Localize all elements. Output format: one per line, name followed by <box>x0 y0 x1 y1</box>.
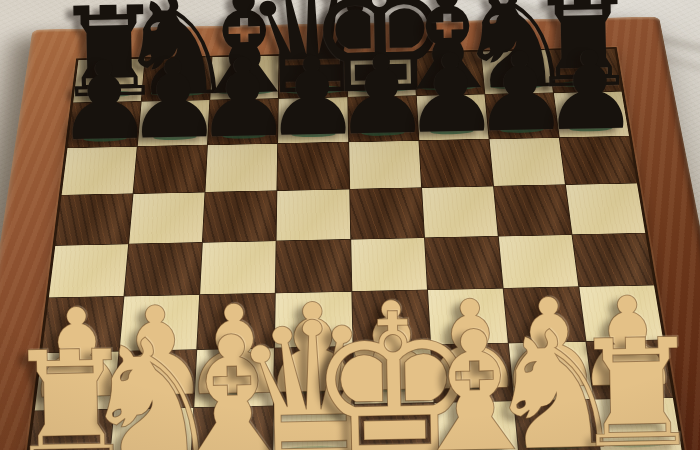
square-f5[interactable] <box>422 187 498 237</box>
board-tilt-wrapper: ♜♞♝♛♚♝♞♜♟♟♟♟♟♟♟♟♟♟♟♟♟♟♟♟♜♞♝♛♚♝♞♜ <box>0 0 700 450</box>
piece-black-pawn-h7[interactable]: ♟ <box>540 37 639 147</box>
square-d5[interactable] <box>277 190 350 241</box>
square-c5[interactable] <box>203 191 277 242</box>
square-g5[interactable] <box>494 185 572 235</box>
square-h5[interactable] <box>566 184 645 234</box>
chessboard-photo-scene: ♜♞♝♛♚♝♞♜♟♟♟♟♟♟♟♟♟♟♟♟♟♟♟♟♜♞♝♛♚♝♞♜ <box>0 0 700 450</box>
square-a5[interactable] <box>55 194 132 245</box>
piece-white-rook-h1[interactable]: ♜ <box>569 319 700 450</box>
square-e5[interactable] <box>350 188 424 239</box>
square-b5[interactable] <box>129 193 205 244</box>
